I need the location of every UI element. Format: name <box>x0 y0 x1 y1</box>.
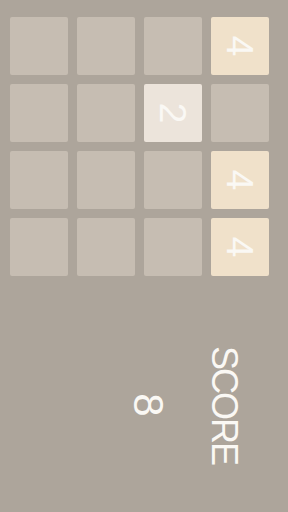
empty-cell <box>77 218 135 276</box>
empty-cell <box>211 84 269 142</box>
tile-4: 4 <box>211 218 269 276</box>
empty-cell <box>77 151 135 209</box>
empty-cell <box>10 17 68 75</box>
empty-cell <box>10 84 68 142</box>
empty-cell <box>10 151 68 209</box>
empty-cell <box>77 17 135 75</box>
empty-cell <box>144 17 202 75</box>
empty-cell <box>77 84 135 142</box>
game-screen: 4 4 4 2 SCORE 8 <box>0 0 288 512</box>
score-label: SCORE <box>206 339 242 471</box>
score-value: 8 <box>127 339 169 471</box>
empty-cell <box>144 218 202 276</box>
empty-cell <box>10 218 68 276</box>
tile-4: 4 <box>211 151 269 209</box>
tile-4: 4 <box>211 17 269 75</box>
game-board[interactable]: 4 4 4 2 <box>10 17 269 276</box>
empty-cell <box>144 151 202 209</box>
tile-2: 2 <box>144 84 202 142</box>
